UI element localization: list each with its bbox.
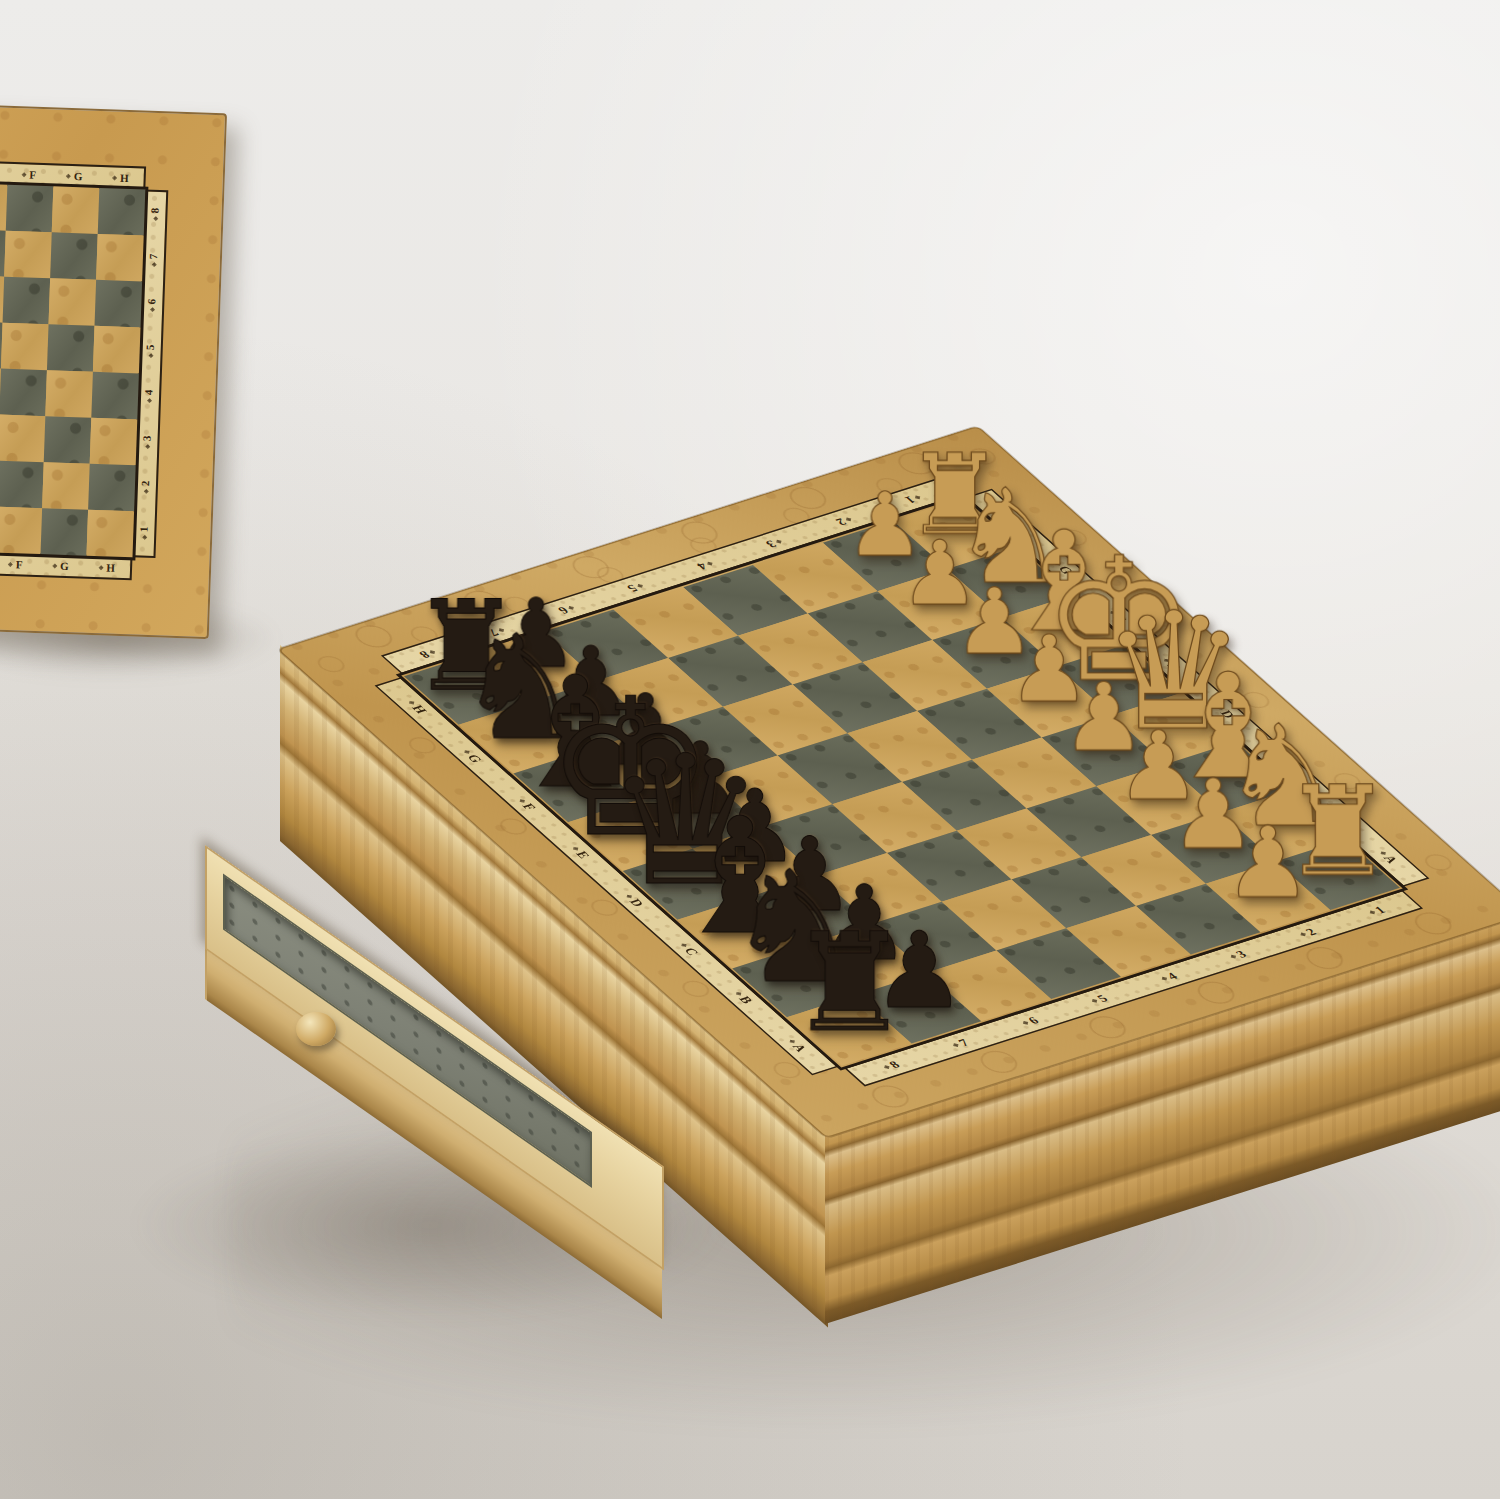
coordinate-label-4: 4 xyxy=(1157,971,1180,984)
square-f1 xyxy=(0,507,42,555)
coordinate-label-6: 6 xyxy=(147,299,158,313)
coordinate-label-5: 5 xyxy=(1087,993,1110,1006)
square-g1 xyxy=(41,508,89,556)
tray-knob xyxy=(296,1012,336,1046)
square-g6 xyxy=(49,278,97,326)
coordinate-label-f: F xyxy=(22,169,37,180)
studio-photo-scene: { "game": "chess", "position": { "fen": … xyxy=(0,0,1500,1499)
mini-chessboard: ABCDEFGHABCDEFGH8765432187654321 xyxy=(0,95,227,639)
coordinate-label-3: 3 xyxy=(1226,949,1249,962)
coordinate-label-3: 3 xyxy=(142,435,153,449)
coordinate-label-3: 3 xyxy=(763,536,786,549)
coordinate-label-7: 7 xyxy=(148,253,159,267)
square-f6 xyxy=(3,277,51,325)
coordinate-label-g: G xyxy=(66,170,83,182)
square-f8 xyxy=(6,185,54,233)
coordinate-label-2: 2 xyxy=(140,481,151,495)
coordinate-label-4: 4 xyxy=(143,390,154,404)
coordinate-label-4: 4 xyxy=(694,558,717,571)
square-h8 xyxy=(98,188,146,236)
square-f7 xyxy=(4,231,52,279)
square-h6 xyxy=(95,280,143,328)
square-g4 xyxy=(45,370,93,418)
square-g5 xyxy=(47,324,95,372)
coordinate-label-1: 1 xyxy=(1365,904,1388,917)
square-h4 xyxy=(91,372,139,420)
coordinate-label-5: 5 xyxy=(624,580,647,593)
square-g7 xyxy=(50,232,98,280)
square-g8 xyxy=(52,186,100,234)
square-g2 xyxy=(42,462,90,510)
coordinate-label-5: 5 xyxy=(145,344,156,358)
square-h7 xyxy=(96,234,144,282)
square-f4 xyxy=(0,369,47,417)
black-rook-a8: ♜ xyxy=(788,915,910,1051)
square-f5 xyxy=(1,323,49,371)
coordinate-label-6: 6 xyxy=(1018,1015,1041,1028)
square-f3 xyxy=(0,415,45,463)
square-h1 xyxy=(86,510,134,558)
square-g3 xyxy=(44,416,92,464)
square-h3 xyxy=(90,418,138,466)
square-h2 xyxy=(88,464,136,512)
square-f2 xyxy=(0,461,44,509)
coordinate-label-f: F xyxy=(8,558,23,569)
square-a8: ♜ xyxy=(787,995,911,1066)
coordinate-label-2: 2 xyxy=(1296,926,1319,939)
coordinate-label-1: 1 xyxy=(139,526,150,540)
coordinate-label-h: H xyxy=(99,562,116,574)
coordinate-label-h: H xyxy=(112,172,129,184)
board-grid xyxy=(0,177,145,558)
coordinate-label-7: 7 xyxy=(949,1037,972,1050)
square-h5 xyxy=(93,326,141,374)
white-pawn-a2: ♟ xyxy=(1224,814,1312,912)
coordinate-label-g: G xyxy=(52,560,69,572)
coordinate-label-8: 8 xyxy=(150,208,161,222)
